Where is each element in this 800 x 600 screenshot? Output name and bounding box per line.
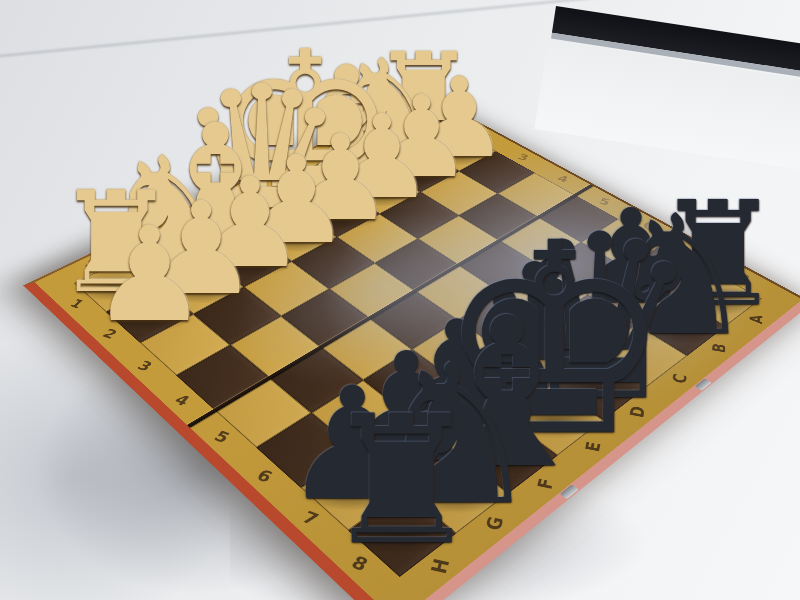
black-rook-h8[interactable]: ♜ [322,392,481,570]
scene: ABCDEFGH8877665544332211ABCDEFGH ♜♞♟♝♟♚♟… [0,0,800,600]
white-pawn-h2[interactable]: ♟ [91,209,209,340]
